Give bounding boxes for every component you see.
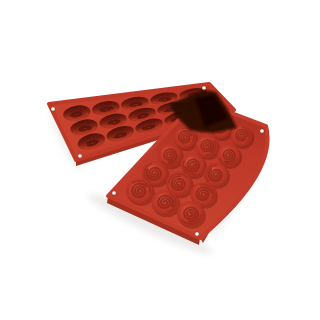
corner-hole: [78, 154, 82, 158]
corner-hole: [202, 86, 206, 90]
rose-bump: [126, 179, 153, 204]
rose-bump: [195, 135, 218, 158]
corner-hole: [51, 107, 55, 111]
corner-hole: [112, 191, 116, 195]
corner-hole: [260, 129, 264, 133]
product-photo: [0, 0, 320, 320]
rose-bump: [217, 144, 240, 167]
rose-bump: [151, 190, 178, 215]
corner-hole: [195, 232, 199, 236]
silicone-rose-molds-illustration: [0, 0, 320, 320]
